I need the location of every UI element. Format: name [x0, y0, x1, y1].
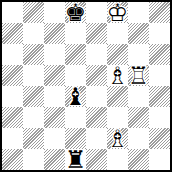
square-e4[interactable]	[86, 86, 107, 107]
square-b8[interactable]	[23, 2, 44, 23]
square-h1[interactable]	[149, 149, 170, 170]
piece-black-rook: ♜	[65, 149, 86, 170]
piece-black-bishop: ♝	[65, 86, 86, 107]
square-c4[interactable]	[44, 86, 65, 107]
piece-white-bishop: ♝♗	[107, 65, 128, 86]
white-bishop-outline-icon: ♗	[107, 65, 128, 86]
square-c1[interactable]	[44, 149, 65, 170]
square-h4[interactable]	[149, 86, 170, 107]
black-rook-icon: ♜	[65, 149, 86, 170]
square-b5[interactable]	[23, 65, 44, 86]
square-b2[interactable]	[23, 128, 44, 149]
square-a8[interactable]	[2, 2, 23, 23]
square-g3[interactable]	[128, 107, 149, 128]
square-b6[interactable]	[23, 44, 44, 65]
square-b7[interactable]	[23, 23, 44, 44]
square-e1[interactable]	[86, 149, 107, 170]
square-a5[interactable]	[2, 65, 23, 86]
square-e6[interactable]	[86, 44, 107, 65]
square-a4[interactable]	[2, 86, 23, 107]
square-b1[interactable]	[23, 149, 44, 170]
square-f1[interactable]	[107, 149, 128, 170]
piece-white-bishop: ♝♗	[107, 128, 128, 149]
black-king-icon: ♚	[65, 2, 86, 23]
black-bishop-icon: ♝	[65, 86, 86, 107]
square-f5[interactable]: ♝♗	[107, 65, 128, 86]
square-f4[interactable]	[107, 86, 128, 107]
square-a7[interactable]	[2, 23, 23, 44]
square-e8[interactable]	[86, 2, 107, 23]
square-g5[interactable]: ♜♖	[128, 65, 149, 86]
square-d8[interactable]: ♚	[65, 2, 86, 23]
square-e7[interactable]	[86, 23, 107, 44]
square-h6[interactable]	[149, 44, 170, 65]
square-f7[interactable]	[107, 23, 128, 44]
square-f2[interactable]: ♝♗	[107, 128, 128, 149]
square-e2[interactable]	[86, 128, 107, 149]
piece-white-king: ♚♔	[107, 2, 128, 23]
square-g4[interactable]	[128, 86, 149, 107]
square-h8[interactable]	[149, 2, 170, 23]
square-c7[interactable]	[44, 23, 65, 44]
square-h2[interactable]	[149, 128, 170, 149]
white-bishop-outline-icon: ♗	[107, 128, 128, 149]
square-g7[interactable]	[128, 23, 149, 44]
square-h5[interactable]	[149, 65, 170, 86]
white-rook-outline-icon: ♖	[128, 65, 149, 86]
square-d4[interactable]: ♝	[65, 86, 86, 107]
square-c3[interactable]	[44, 107, 65, 128]
white-king-outline-icon: ♔	[107, 2, 128, 23]
square-h7[interactable]	[149, 23, 170, 44]
square-e3[interactable]	[86, 107, 107, 128]
square-a6[interactable]	[2, 44, 23, 65]
square-a3[interactable]	[2, 107, 23, 128]
piece-black-king: ♚	[65, 2, 86, 23]
square-g1[interactable]	[128, 149, 149, 170]
square-g2[interactable]	[128, 128, 149, 149]
square-a2[interactable]	[2, 128, 23, 149]
square-b4[interactable]	[23, 86, 44, 107]
square-d7[interactable]	[65, 23, 86, 44]
square-d1[interactable]: ♜	[65, 149, 86, 170]
square-c2[interactable]	[44, 128, 65, 149]
square-b3[interactable]	[23, 107, 44, 128]
square-g8[interactable]	[128, 2, 149, 23]
square-d6[interactable]	[65, 44, 86, 65]
chess-board: ♚♚♔♝♗♜♖♝♝♗♜	[0, 0, 172, 172]
square-c8[interactable]	[44, 2, 65, 23]
square-h3[interactable]	[149, 107, 170, 128]
square-e5[interactable]	[86, 65, 107, 86]
square-d3[interactable]	[65, 107, 86, 128]
square-f8[interactable]: ♚♔	[107, 2, 128, 23]
square-a1[interactable]	[2, 149, 23, 170]
square-c5[interactable]	[44, 65, 65, 86]
piece-white-rook: ♜♖	[128, 65, 149, 86]
square-c6[interactable]	[44, 44, 65, 65]
